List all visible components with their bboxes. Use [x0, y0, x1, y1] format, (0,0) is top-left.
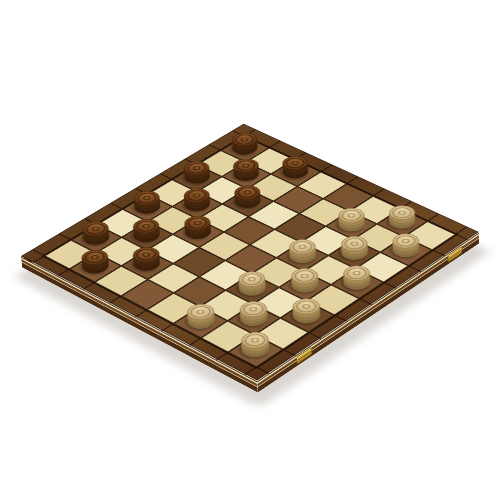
frame-grid-tick: [161, 323, 175, 331]
frame-grid-tick: [373, 189, 385, 196]
frame-grid-tick: [32, 255, 45, 263]
checkers-board: ⛂⛂⛀⛂⛀⛀⛂⛂⛀⛂⛀⛀⛂⛂⛀⛂⛀⛀⛂⛂⛀⛂⛀⛀: [21, 124, 479, 381]
frame-grid-tick: [108, 295, 121, 303]
frame-grid-tick: [160, 173, 173, 179]
frame-grid-tick: [269, 141, 281, 148]
frame-grid-tick: [135, 309, 148, 317]
frame-grid-tick: [244, 366, 258, 375]
frame-grid-tick: [427, 214, 439, 222]
frame-grid-tick: [110, 203, 123, 209]
playing-area: ⛂⛂⛀⛂⛀⛀⛂⛂⛀⛂⛀⛀⛂⛂⛀⛂⛀⛀⛂⛂⛀⛂⛀⛀: [44, 136, 455, 367]
frame-grid-tick: [188, 337, 202, 346]
frame-grid-tick: [57, 268, 70, 276]
frame-grid-tick: [82, 282, 95, 290]
frame-grid-tick: [346, 177, 358, 184]
frame-grid-tick: [59, 234, 72, 241]
frame-grid-tick: [455, 227, 467, 235]
frame-grid-tick: [216, 352, 230, 361]
frame-grid-tick: [209, 145, 222, 151]
frame-grid-tick: [320, 165, 332, 172]
